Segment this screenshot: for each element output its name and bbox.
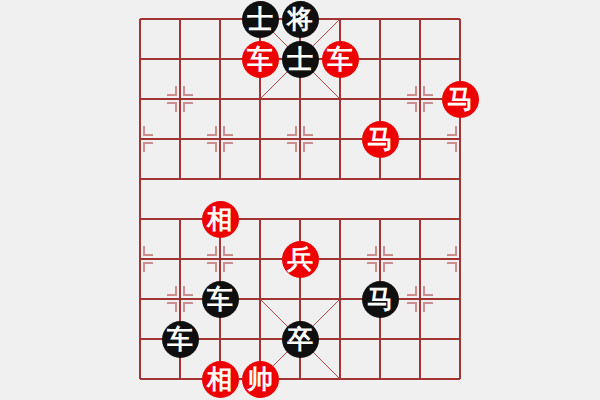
piece-black-general[interactable]: 将 [282,1,319,38]
piece-black-chariot[interactable]: 车 [202,281,239,318]
piece-red-horse[interactable]: 马 [362,121,399,158]
piece-red-elephant[interactable]: 相 [202,361,239,398]
piece-black-advisor[interactable]: 士 [242,1,279,38]
piece-red-soldier[interactable]: 兵 [282,241,319,278]
board[interactable]: 士将车士车马马相兵车马车卒相帅 [120,0,480,399]
piece-red-horse[interactable]: 马 [442,81,479,118]
piece-red-elephant[interactable]: 相 [202,201,239,238]
piece-black-chariot[interactable]: 车 [162,321,199,358]
piece-red-chariot[interactable]: 车 [322,41,359,78]
xiangqi-board-view: 士将车士车马马相兵车马车卒相帅 [0,0,600,400]
piece-black-advisor[interactable]: 士 [282,41,319,78]
piece-red-chariot[interactable]: 车 [242,41,279,78]
piece-red-general[interactable]: 帅 [242,361,279,398]
piece-black-soldier[interactable]: 卒 [282,321,319,358]
piece-black-horse[interactable]: 马 [362,281,399,318]
